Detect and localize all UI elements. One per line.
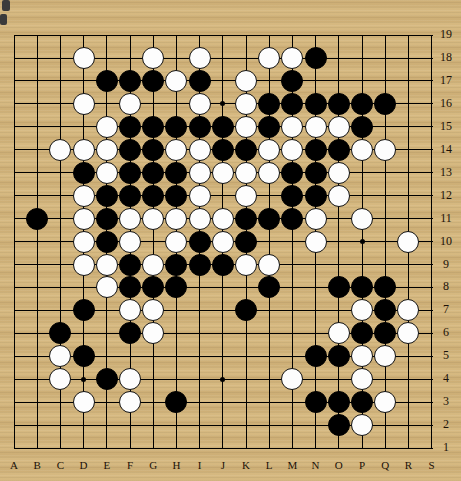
grid-line-vertical (431, 35, 432, 449)
white-stone[interactable] (189, 47, 211, 69)
white-stone[interactable] (374, 139, 396, 161)
black-stone[interactable] (26, 208, 48, 230)
white-stone[interactable] (235, 116, 257, 138)
black-stone[interactable] (165, 391, 187, 413)
black-stone[interactable] (351, 391, 373, 413)
white-stone[interactable] (142, 322, 164, 344)
black-stone[interactable] (235, 208, 257, 230)
black-stone[interactable] (96, 231, 118, 253)
white-stone[interactable] (165, 139, 187, 161)
grid-line-horizontal (14, 35, 433, 36)
black-stone[interactable] (328, 391, 350, 413)
black-stone[interactable] (119, 70, 141, 92)
column-label-L: L (262, 459, 276, 471)
white-stone[interactable] (258, 254, 280, 276)
black-stone[interactable] (119, 276, 141, 298)
row-label-7: 7 (436, 302, 456, 317)
black-stone[interactable] (305, 185, 327, 207)
white-stone[interactable] (96, 116, 118, 138)
white-stone[interactable] (281, 368, 303, 390)
black-stone[interactable] (351, 116, 373, 138)
column-label-K: K (239, 459, 253, 471)
white-stone[interactable] (397, 231, 419, 253)
white-stone[interactable] (73, 231, 95, 253)
black-stone[interactable] (212, 139, 234, 161)
column-label-A: A (7, 459, 21, 471)
black-stone[interactable] (328, 345, 350, 367)
white-stone[interactable] (235, 93, 257, 115)
row-label-5: 5 (436, 348, 456, 363)
column-label-G: G (146, 459, 160, 471)
black-stone[interactable] (351, 322, 373, 344)
row-label-16: 16 (436, 96, 456, 111)
black-stone[interactable] (96, 185, 118, 207)
white-stone[interactable] (189, 185, 211, 207)
black-stone[interactable] (165, 276, 187, 298)
row-label-9: 9 (436, 257, 456, 272)
column-label-F: F (123, 459, 137, 471)
black-stone[interactable] (305, 139, 327, 161)
white-stone[interactable] (212, 231, 234, 253)
black-stone[interactable] (212, 254, 234, 276)
white-stone[interactable] (49, 139, 71, 161)
row-label-4: 4 (436, 371, 456, 386)
white-stone[interactable] (49, 345, 71, 367)
black-stone[interactable] (142, 139, 164, 161)
black-stone[interactable] (189, 116, 211, 138)
star-point (81, 377, 86, 382)
white-stone[interactable] (96, 139, 118, 161)
black-stone[interactable] (189, 254, 211, 276)
white-stone[interactable] (73, 93, 95, 115)
row-label-1: 1 (436, 440, 456, 455)
row-label-3: 3 (436, 394, 456, 409)
black-stone[interactable] (165, 162, 187, 184)
star-point (220, 101, 225, 106)
white-stone[interactable] (374, 391, 396, 413)
white-stone[interactable] (119, 208, 141, 230)
white-stone[interactable] (235, 162, 257, 184)
star-point (360, 239, 365, 244)
black-stone[interactable] (142, 70, 164, 92)
grid-line-vertical (37, 35, 38, 449)
black-stone[interactable] (281, 185, 303, 207)
black-stone[interactable] (258, 276, 280, 298)
white-stone[interactable] (189, 162, 211, 184)
white-stone[interactable] (142, 208, 164, 230)
white-stone[interactable] (212, 208, 234, 230)
white-stone[interactable] (142, 299, 164, 321)
black-stone[interactable] (165, 116, 187, 138)
black-stone[interactable] (119, 139, 141, 161)
white-stone[interactable] (119, 391, 141, 413)
column-label-E: E (100, 459, 114, 471)
white-stone[interactable] (351, 208, 373, 230)
screen-corner-artifact (2, 0, 10, 11)
black-stone[interactable] (258, 93, 280, 115)
black-stone[interactable] (142, 116, 164, 138)
screen-corner-artifact (0, 14, 7, 25)
white-stone[interactable] (119, 231, 141, 253)
black-stone[interactable] (305, 345, 327, 367)
black-stone[interactable] (281, 70, 303, 92)
white-stone[interactable] (258, 162, 280, 184)
white-stone[interactable] (374, 345, 396, 367)
black-stone[interactable] (142, 162, 164, 184)
white-stone[interactable] (351, 139, 373, 161)
row-label-14: 14 (436, 142, 456, 157)
column-label-R: R (401, 459, 415, 471)
black-stone[interactable] (258, 116, 280, 138)
black-stone[interactable] (165, 185, 187, 207)
white-stone[interactable] (212, 162, 234, 184)
white-stone[interactable] (305, 208, 327, 230)
black-stone[interactable] (281, 162, 303, 184)
white-stone[interactable] (96, 276, 118, 298)
white-stone[interactable] (165, 70, 187, 92)
white-stone[interactable] (351, 414, 373, 436)
white-stone[interactable] (281, 139, 303, 161)
column-label-M: M (285, 459, 299, 471)
white-stone[interactable] (96, 254, 118, 276)
white-stone[interactable] (235, 185, 257, 207)
row-label-15: 15 (436, 119, 456, 134)
white-stone[interactable] (119, 299, 141, 321)
black-stone[interactable] (258, 208, 280, 230)
white-stone[interactable] (397, 322, 419, 344)
black-stone[interactable] (49, 322, 71, 344)
white-stone[interactable] (281, 47, 303, 69)
column-label-N: N (309, 459, 323, 471)
grid-line-horizontal (14, 448, 433, 449)
black-stone[interactable] (374, 93, 396, 115)
white-stone[interactable] (73, 47, 95, 69)
black-stone[interactable] (119, 322, 141, 344)
black-stone[interactable] (351, 276, 373, 298)
white-stone[interactable] (73, 208, 95, 230)
black-stone[interactable] (73, 299, 95, 321)
white-stone[interactable] (328, 185, 350, 207)
black-stone[interactable] (305, 47, 327, 69)
black-stone[interactable] (235, 231, 257, 253)
white-stone[interactable] (189, 208, 211, 230)
black-stone[interactable] (119, 185, 141, 207)
black-stone[interactable] (73, 162, 95, 184)
black-stone[interactable] (328, 414, 350, 436)
grid-line-vertical (153, 35, 154, 449)
white-stone[interactable] (189, 139, 211, 161)
row-label-18: 18 (436, 50, 456, 65)
black-stone[interactable] (96, 368, 118, 390)
white-stone[interactable] (305, 231, 327, 253)
white-stone[interactable] (73, 254, 95, 276)
black-stone[interactable] (189, 70, 211, 92)
white-stone[interactable] (49, 368, 71, 390)
grid-line-horizontal (14, 80, 433, 81)
black-stone[interactable] (328, 276, 350, 298)
black-stone[interactable] (374, 299, 396, 321)
black-stone[interactable] (328, 93, 350, 115)
white-stone[interactable] (328, 116, 350, 138)
row-label-6: 6 (436, 325, 456, 340)
column-label-O: O (332, 459, 346, 471)
white-stone[interactable] (281, 116, 303, 138)
white-stone[interactable] (235, 70, 257, 92)
white-stone[interactable] (119, 368, 141, 390)
column-label-I: I (193, 459, 207, 471)
black-stone[interactable] (281, 208, 303, 230)
black-stone[interactable] (305, 93, 327, 115)
black-stone[interactable] (119, 116, 141, 138)
row-label-19: 19 (436, 27, 456, 42)
white-stone[interactable] (73, 391, 95, 413)
black-stone[interactable] (328, 139, 350, 161)
white-stone[interactable] (189, 93, 211, 115)
black-stone[interactable] (305, 162, 327, 184)
black-stone[interactable] (119, 162, 141, 184)
white-stone[interactable] (258, 139, 280, 161)
white-stone[interactable] (397, 299, 419, 321)
white-stone[interactable] (351, 299, 373, 321)
black-stone[interactable] (73, 345, 95, 367)
white-stone[interactable] (235, 254, 257, 276)
column-label-H: H (169, 459, 183, 471)
black-stone[interactable] (96, 208, 118, 230)
column-label-C: C (53, 459, 67, 471)
black-stone[interactable] (165, 254, 187, 276)
white-stone[interactable] (165, 231, 187, 253)
white-stone[interactable] (258, 47, 280, 69)
go-board[interactable]: ABCDEFGHIJKLMNOPQRS191817161514131211109… (0, 0, 461, 481)
black-stone[interactable] (142, 276, 164, 298)
white-stone[interactable] (73, 139, 95, 161)
column-label-S: S (425, 459, 439, 471)
column-label-B: B (30, 459, 44, 471)
star-point (220, 377, 225, 382)
row-label-11: 11 (436, 211, 456, 226)
white-stone[interactable] (96, 162, 118, 184)
white-stone[interactable] (73, 185, 95, 207)
column-label-J: J (216, 459, 230, 471)
black-stone[interactable] (142, 185, 164, 207)
black-stone[interactable] (281, 93, 303, 115)
white-stone[interactable] (328, 162, 350, 184)
black-stone[interactable] (235, 299, 257, 321)
black-stone[interactable] (96, 70, 118, 92)
white-stone[interactable] (142, 47, 164, 69)
black-stone[interactable] (374, 322, 396, 344)
white-stone[interactable] (119, 93, 141, 115)
white-stone[interactable] (165, 208, 187, 230)
black-stone[interactable] (374, 276, 396, 298)
row-label-2: 2 (436, 417, 456, 432)
black-stone[interactable] (305, 391, 327, 413)
row-label-12: 12 (436, 188, 456, 203)
white-stone[interactable] (351, 345, 373, 367)
row-label-8: 8 (436, 279, 456, 294)
row-label-13: 13 (436, 165, 456, 180)
white-stone[interactable] (351, 368, 373, 390)
black-stone[interactable] (119, 254, 141, 276)
column-label-Q: Q (378, 459, 392, 471)
white-stone[interactable] (328, 322, 350, 344)
black-stone[interactable] (189, 231, 211, 253)
white-stone[interactable] (142, 254, 164, 276)
column-label-D: D (77, 459, 91, 471)
black-stone[interactable] (351, 93, 373, 115)
row-label-10: 10 (436, 234, 456, 249)
white-stone[interactable] (305, 116, 327, 138)
black-stone[interactable] (235, 139, 257, 161)
row-label-17: 17 (436, 73, 456, 88)
grid-line-vertical (14, 35, 15, 449)
column-label-P: P (355, 459, 369, 471)
black-stone[interactable] (212, 116, 234, 138)
